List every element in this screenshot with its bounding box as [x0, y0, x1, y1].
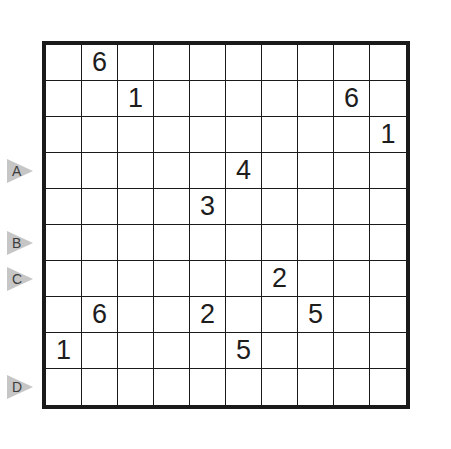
- cell-r2c7[interactable]: [262, 81, 298, 117]
- cell-r10c2[interactable]: [82, 369, 118, 405]
- answer-arrow-c: C: [7, 267, 33, 291]
- cell-r1c2: 6: [82, 45, 118, 81]
- arrow-label: D: [12, 375, 22, 399]
- cell-r1c5[interactable]: [190, 45, 226, 81]
- cell-r4c3[interactable]: [118, 153, 154, 189]
- cell-r4c10[interactable]: [370, 153, 406, 189]
- cell-r3c5[interactable]: [190, 117, 226, 153]
- cell-r5c3[interactable]: [118, 189, 154, 225]
- cell-r1c10[interactable]: [370, 45, 406, 81]
- cell-r7c4[interactable]: [154, 261, 190, 297]
- cell-r10c9[interactable]: [334, 369, 370, 405]
- cell-r2c2[interactable]: [82, 81, 118, 117]
- cell-r1c9[interactable]: [334, 45, 370, 81]
- cell-r9c8[interactable]: [298, 333, 334, 369]
- cell-r8c9[interactable]: [334, 297, 370, 333]
- puzzle-grid: 616143262515: [42, 41, 410, 409]
- cell-r2c8[interactable]: [298, 81, 334, 117]
- cell-r10c6[interactable]: [226, 369, 262, 405]
- cell-r9c9[interactable]: [334, 333, 370, 369]
- cell-r7c2[interactable]: [82, 261, 118, 297]
- cell-r9c1: 1: [46, 333, 82, 369]
- cell-r3c3[interactable]: [118, 117, 154, 153]
- cell-r5c8[interactable]: [298, 189, 334, 225]
- cell-r8c4[interactable]: [154, 297, 190, 333]
- cell-r3c6[interactable]: [226, 117, 262, 153]
- cell-r8c7[interactable]: [262, 297, 298, 333]
- cell-r9c7[interactable]: [262, 333, 298, 369]
- cell-r1c1[interactable]: [46, 45, 82, 81]
- answer-arrow-a: A: [7, 159, 33, 183]
- cell-r2c10[interactable]: [370, 81, 406, 117]
- cell-r3c4[interactable]: [154, 117, 190, 153]
- arrow-label: B: [12, 231, 21, 255]
- answer-arrow-d: D: [7, 375, 33, 399]
- cell-r3c1[interactable]: [46, 117, 82, 153]
- cell-r4c7[interactable]: [262, 153, 298, 189]
- cell-r5c1[interactable]: [46, 189, 82, 225]
- cell-r9c5[interactable]: [190, 333, 226, 369]
- cell-r8c6[interactable]: [226, 297, 262, 333]
- cell-r3c9[interactable]: [334, 117, 370, 153]
- cell-r2c9: 6: [334, 81, 370, 117]
- cell-r10c7[interactable]: [262, 369, 298, 405]
- cell-r8c10[interactable]: [370, 297, 406, 333]
- cell-r5c5: 3: [190, 189, 226, 225]
- cell-r10c5[interactable]: [190, 369, 226, 405]
- cell-r6c1[interactable]: [46, 225, 82, 261]
- cell-r9c3[interactable]: [118, 333, 154, 369]
- cell-r6c6[interactable]: [226, 225, 262, 261]
- cell-r9c10[interactable]: [370, 333, 406, 369]
- cell-r8c3[interactable]: [118, 297, 154, 333]
- cell-r7c6[interactable]: [226, 261, 262, 297]
- cell-r5c6[interactable]: [226, 189, 262, 225]
- puzzle-page: ABCD 616143262515: [0, 0, 451, 449]
- cell-r7c5[interactable]: [190, 261, 226, 297]
- cell-r10c3[interactable]: [118, 369, 154, 405]
- cell-r3c8[interactable]: [298, 117, 334, 153]
- cell-r8c1[interactable]: [46, 297, 82, 333]
- cell-r6c4[interactable]: [154, 225, 190, 261]
- cell-r1c6[interactable]: [226, 45, 262, 81]
- cell-r2c4[interactable]: [154, 81, 190, 117]
- cell-r7c7: 2: [262, 261, 298, 297]
- cell-r10c8[interactable]: [298, 369, 334, 405]
- cell-r4c6: 4: [226, 153, 262, 189]
- cell-r6c8[interactable]: [298, 225, 334, 261]
- cell-r10c10[interactable]: [370, 369, 406, 405]
- cell-r7c3[interactable]: [118, 261, 154, 297]
- cell-r5c10[interactable]: [370, 189, 406, 225]
- cell-r1c7[interactable]: [262, 45, 298, 81]
- cell-r2c6[interactable]: [226, 81, 262, 117]
- cell-r9c4[interactable]: [154, 333, 190, 369]
- cell-r10c4[interactable]: [154, 369, 190, 405]
- cell-r6c9[interactable]: [334, 225, 370, 261]
- cell-r4c9[interactable]: [334, 153, 370, 189]
- cell-r7c9[interactable]: [334, 261, 370, 297]
- cell-r6c10[interactable]: [370, 225, 406, 261]
- cell-r8c5: 2: [190, 297, 226, 333]
- cell-r5c4[interactable]: [154, 189, 190, 225]
- cell-r1c3[interactable]: [118, 45, 154, 81]
- cell-r5c7[interactable]: [262, 189, 298, 225]
- cell-r1c8[interactable]: [298, 45, 334, 81]
- arrow-label: C: [12, 267, 22, 291]
- cell-r5c9[interactable]: [334, 189, 370, 225]
- cell-r3c10: 1: [370, 117, 406, 153]
- cell-r8c8: 5: [298, 297, 334, 333]
- cell-r3c2[interactable]: [82, 117, 118, 153]
- cell-r7c8[interactable]: [298, 261, 334, 297]
- cell-r6c2[interactable]: [82, 225, 118, 261]
- cell-r3c7[interactable]: [262, 117, 298, 153]
- cell-r6c7[interactable]: [262, 225, 298, 261]
- answer-arrow-b: B: [7, 231, 33, 255]
- cell-r4c5[interactable]: [190, 153, 226, 189]
- cell-r9c2[interactable]: [82, 333, 118, 369]
- cell-r4c2[interactable]: [82, 153, 118, 189]
- cell-r10c1[interactable]: [46, 369, 82, 405]
- cell-r8c2: 6: [82, 297, 118, 333]
- cell-r6c3[interactable]: [118, 225, 154, 261]
- cell-r7c10[interactable]: [370, 261, 406, 297]
- cell-r4c1[interactable]: [46, 153, 82, 189]
- cell-r2c3: 1: [118, 81, 154, 117]
- cell-r4c8[interactable]: [298, 153, 334, 189]
- cell-r6c5[interactable]: [190, 225, 226, 261]
- cell-r4c4[interactable]: [154, 153, 190, 189]
- cell-r2c1[interactable]: [46, 81, 82, 117]
- cell-r1c4[interactable]: [154, 45, 190, 81]
- cell-r7c1[interactable]: [46, 261, 82, 297]
- arrow-label: A: [12, 159, 21, 183]
- cell-r2c5[interactable]: [190, 81, 226, 117]
- cell-r9c6: 5: [226, 333, 262, 369]
- cell-r5c2[interactable]: [82, 189, 118, 225]
